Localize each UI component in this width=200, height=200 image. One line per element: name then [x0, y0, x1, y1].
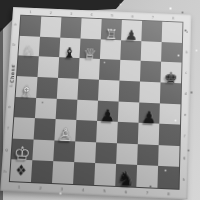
- board-square[interactable]: ♖: [101, 19, 122, 40]
- board-square[interactable]: [98, 80, 119, 102]
- file-label: h: [2, 160, 9, 182]
- file-label: h: [181, 168, 187, 190]
- rank-label: 1: [20, 9, 41, 14]
- board-square[interactable]: [57, 78, 79, 99]
- board-square[interactable]: [162, 22, 183, 43]
- board-square[interactable]: ♘: [18, 36, 40, 57]
- chess-piece-white-pawn[interactable]: ♙: [57, 126, 74, 143]
- chess-piece-white-rook[interactable]: ♖: [105, 28, 118, 41]
- file-label: a: [184, 22, 189, 42]
- file-label: f: [5, 117, 11, 138]
- file-label: f: [182, 125, 187, 147]
- chess-board: 12345678 12345678 abcdefgh abcdefgh Ches…: [0, 7, 191, 199]
- board-square[interactable]: [99, 59, 120, 80]
- chess-piece-white-king[interactable]: ♔: [13, 144, 31, 162]
- board-square[interactable]: [139, 81, 160, 103]
- board-square[interactable]: ♟: [121, 20, 142, 41]
- file-label: e: [6, 96, 12, 117]
- rank-label: 4: [81, 11, 102, 16]
- board-square[interactable]: [73, 162, 95, 184]
- board-square[interactable]: [20, 16, 41, 37]
- board-square[interactable]: [36, 77, 58, 98]
- board-square[interactable]: [35, 97, 57, 119]
- rank-label: 2: [41, 10, 62, 15]
- board-square[interactable]: [136, 165, 158, 188]
- board-square[interactable]: [141, 41, 162, 62]
- board-square[interactable]: [140, 61, 161, 82]
- file-label: a: [12, 14, 18, 34]
- board-square[interactable]: ♚: [160, 62, 181, 83]
- rank-label: 3: [51, 186, 73, 192]
- board-square[interactable]: [141, 21, 162, 42]
- board-square[interactable]: [100, 39, 121, 60]
- chess-piece-white-bishop[interactable]: ♗: [19, 84, 35, 100]
- board-square[interactable]: [40, 16, 61, 37]
- board-square[interactable]: [118, 101, 139, 123]
- chess-piece-black-knight[interactable]: ♞: [117, 170, 135, 189]
- board-square[interactable]: [74, 141, 96, 163]
- board-square[interactable]: [120, 40, 141, 61]
- board-square[interactable]: [56, 98, 78, 120]
- chess-piece-black-pawn[interactable]: ♟: [125, 29, 138, 42]
- board-square[interactable]: ♔: [11, 138, 33, 160]
- file-label: c: [183, 62, 188, 83]
- board-square[interactable]: [157, 166, 179, 189]
- board-square[interactable]: [159, 103, 180, 125]
- board-square[interactable]: [75, 120, 97, 142]
- board-square[interactable]: [119, 60, 140, 81]
- rank-label: 8: [158, 191, 180, 197]
- board-square[interactable]: ♟: [97, 100, 119, 122]
- board-square[interactable]: [34, 118, 56, 140]
- board-square[interactable]: [119, 80, 140, 102]
- rank-label: 4: [72, 187, 94, 193]
- board-square[interactable]: [159, 124, 180, 146]
- board-square[interactable]: [94, 163, 116, 186]
- chess-piece-black-bishop[interactable]: ♝: [63, 46, 77, 60]
- rank-label: 2: [30, 185, 52, 191]
- chess-piece-black-pawn[interactable]: ♟: [141, 109, 157, 126]
- rank-label: 5: [102, 12, 123, 17]
- board-square[interactable]: [31, 161, 53, 183]
- board-square[interactable]: [60, 17, 81, 38]
- file-label: b: [184, 42, 189, 63]
- board-square[interactable]: ♕: [80, 38, 101, 59]
- board-square[interactable]: ♙: [54, 119, 76, 141]
- file-label: d: [183, 83, 188, 104]
- board-square[interactable]: ♞: [115, 164, 137, 187]
- board-square[interactable]: [117, 122, 139, 144]
- board-square[interactable]: [39, 36, 61, 57]
- rank-label: 5: [94, 188, 116, 194]
- board-square[interactable]: [13, 117, 35, 139]
- board-square[interactable]: [137, 144, 159, 166]
- chess-piece-white-queen[interactable]: ♕: [83, 47, 97, 61]
- file-label: b: [11, 34, 17, 55]
- board-square[interactable]: [76, 99, 98, 121]
- board-square[interactable]: [158, 145, 179, 167]
- board-brand-text: Chess: [8, 64, 15, 83]
- chess-piece-white-knight[interactable]: ♘: [22, 44, 36, 58]
- board-square[interactable]: [77, 79, 99, 101]
- board-square[interactable]: [32, 139, 54, 161]
- file-label: g: [3, 138, 9, 160]
- photo-background: 12345678 12345678 abcdefgh abcdefgh Ches…: [0, 0, 200, 200]
- board-square[interactable]: [38, 57, 60, 78]
- board-squares: ♖♟♘♝♕♚♗♟♟♙♔❖♞: [9, 15, 184, 190]
- board-square[interactable]: [81, 18, 102, 39]
- board-square[interactable]: ♝: [59, 37, 80, 58]
- rank-label: 7: [143, 14, 164, 19]
- rank-label: 1: [8, 184, 30, 190]
- rank-label: 7: [137, 190, 159, 196]
- board-square[interactable]: [116, 143, 138, 165]
- board-square[interactable]: ♟: [139, 102, 160, 124]
- rank-label: 8: [163, 15, 184, 20]
- board-square[interactable]: [95, 142, 117, 164]
- board-square[interactable]: [161, 42, 182, 63]
- file-label: e: [183, 104, 188, 125]
- file-label: g: [182, 146, 187, 168]
- chess-piece-black-pawn[interactable]: ♟: [100, 107, 116, 124]
- chess-piece-black-king[interactable]: ♚: [164, 70, 178, 85]
- rank-label: 6: [122, 13, 143, 18]
- board-square[interactable]: [52, 162, 74, 184]
- rank-label: 3: [61, 10, 82, 15]
- board-square[interactable]: ♗: [16, 76, 38, 97]
